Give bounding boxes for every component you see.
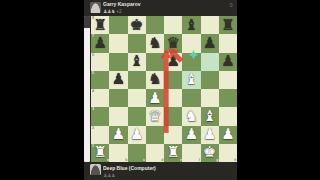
square-e4[interactable] (164, 89, 182, 107)
square-a6[interactable]: 6 (91, 53, 109, 71)
square-d3[interactable]: ♛ (146, 107, 164, 125)
captured-piece-icons: ♟♟♟ (103, 172, 115, 178)
rank-label: 2 (92, 126, 94, 130)
square-e1[interactable]: e♜ (164, 144, 182, 162)
square-d7[interactable]: ♞ (146, 34, 164, 52)
square-e5[interactable] (164, 71, 182, 89)
square-a1[interactable]: 1a♜ (91, 144, 109, 162)
rank-label: 3 (92, 107, 94, 111)
evaluation-bar (84, 16, 90, 162)
kasparov-avatar (90, 2, 101, 13)
piece-white-r-a1[interactable]: ♜ (91, 144, 109, 162)
piece-white-p-b2[interactable]: ♟ (109, 126, 127, 144)
eval-black-portion (84, 16, 90, 28)
square-c5[interactable] (128, 71, 146, 89)
square-e6[interactable]: ♟ (164, 53, 182, 71)
square-a5[interactable]: 5 (91, 71, 109, 89)
square-f8[interactable]: ♝ (182, 16, 200, 34)
square-b3[interactable] (109, 107, 127, 125)
piece-white-b-f5[interactable]: ♝ (182, 71, 200, 89)
square-g7[interactable]: ♟ (201, 34, 219, 52)
piece-black-p-g7[interactable]: ♟ (201, 34, 219, 52)
piece-white-r-e1[interactable]: ♜ (164, 144, 182, 162)
square-b7[interactable] (109, 34, 127, 52)
piece-white-q-d3[interactable]: ♛ (146, 107, 164, 125)
square-f2[interactable]: ♟ (182, 126, 200, 144)
rank-label: 6 (92, 53, 94, 57)
square-h4[interactable] (219, 89, 237, 107)
piece-white-p-g2[interactable]: ♟ (201, 126, 219, 144)
square-d4[interactable]: ♟ (146, 89, 164, 107)
square-f6[interactable] (182, 53, 200, 71)
square-c2[interactable]: ♟ (128, 126, 146, 144)
square-g6[interactable] (201, 53, 219, 71)
piece-black-r-a8[interactable]: ♜ (91, 16, 109, 34)
square-h2[interactable]: ♟ (219, 126, 237, 144)
square-b5[interactable]: ♟ (109, 71, 127, 89)
material-advantage: +2 (116, 9, 121, 14)
square-g5[interactable] (201, 71, 219, 89)
square-d5[interactable]: ♞ (146, 71, 164, 89)
file-label: b (125, 158, 127, 162)
piece-black-k-c8[interactable]: ♚ (128, 16, 146, 34)
square-d1[interactable]: d (146, 144, 164, 162)
square-b2[interactable]: ♟ (109, 126, 127, 144)
square-f7[interactable] (182, 34, 200, 52)
piece-white-p-d4[interactable]: ♟ (146, 89, 164, 107)
square-d8[interactable] (146, 16, 164, 34)
piece-black-n-d7[interactable]: ♞ (146, 34, 164, 52)
video-frame: Garry Kasparov ♟♟♞ +2 0 +4 8♜♚♝♜7♟♞♛♟6♝♟… (84, 0, 237, 180)
square-f1[interactable]: f (182, 144, 200, 162)
square-e7[interactable]: ♛ (164, 34, 182, 52)
piece-white-n-f3[interactable]: ♞ (182, 107, 200, 125)
top-player-bar: Garry Kasparov ♟♟♞ +2 0 (84, 0, 237, 16)
rank-label: 4 (92, 89, 94, 93)
piece-black-p-a7[interactable]: ♟ (91, 34, 109, 52)
square-e3[interactable] (164, 107, 182, 125)
square-e8[interactable] (164, 16, 182, 34)
file-label: h (234, 158, 236, 162)
square-c3[interactable] (128, 107, 146, 125)
piece-white-p-f2[interactable]: ♟ (182, 126, 200, 144)
corner-badge: 0 (230, 2, 233, 8)
piece-black-p-e6[interactable]: ♟ (164, 53, 182, 71)
square-h1[interactable]: h (219, 144, 237, 162)
square-c7[interactable] (128, 34, 146, 52)
square-e2[interactable] (164, 126, 182, 144)
bottom-captured-pieces: ♟♟♟ (103, 172, 115, 178)
square-f3[interactable]: ♞ (182, 107, 200, 125)
square-g8[interactable] (201, 16, 219, 34)
square-c1[interactable]: c (128, 144, 146, 162)
square-b4[interactable] (109, 89, 127, 107)
square-d6[interactable] (146, 53, 164, 71)
square-c8[interactable]: ♚ (128, 16, 146, 34)
square-g4[interactable] (201, 89, 219, 107)
square-d2[interactable] (146, 126, 164, 144)
square-c6[interactable]: ♝ (128, 53, 146, 71)
piece-white-p-c2[interactable]: ♟ (128, 126, 146, 144)
square-h8[interactable]: ♜ (219, 16, 237, 34)
file-label: c (143, 158, 145, 162)
square-g3[interactable]: ♝ (201, 107, 219, 125)
square-a2[interactable]: 2 (91, 126, 109, 144)
top-player-name: Garry Kasparov (103, 1, 141, 7)
piece-white-b-g3[interactable]: ♝ (201, 107, 219, 125)
bottom-player-bar: Deep Blue (Computer) ♟♟♟ (84, 162, 237, 180)
square-h3[interactable] (219, 107, 237, 125)
square-b6[interactable] (109, 53, 127, 71)
piece-black-b-f8[interactable]: ♝ (182, 16, 200, 34)
square-f4[interactable] (182, 89, 200, 107)
square-h6[interactable]: ♟ (219, 53, 237, 71)
square-a3[interactable]: 3 (91, 107, 109, 125)
square-g2[interactable]: ♟ (201, 126, 219, 144)
square-a7[interactable]: 7♟ (91, 34, 109, 52)
square-b1[interactable]: b (109, 144, 127, 162)
square-c4[interactable] (128, 89, 146, 107)
square-f5[interactable]: ♝ (182, 71, 200, 89)
piece-black-p-b5[interactable]: ♟ (109, 71, 127, 89)
captured-piece-icons: ♟♟♞ (103, 8, 115, 14)
board: 8♜♚♝♜7♟♞♛♟6♝♟♟5♟♞♝4♟3♛♞♝2♟♟♟♟♟1a♜bcde♜fg… (91, 16, 237, 162)
deep-blue-avatar (90, 164, 101, 175)
square-b8[interactable] (109, 16, 127, 34)
piece-black-p-h6[interactable]: ♟ (219, 53, 237, 71)
square-h7[interactable] (219, 34, 237, 52)
piece-black-q-e7[interactable]: ♛ (164, 34, 182, 52)
piece-white-k-g1[interactable]: ♚ (201, 144, 219, 162)
piece-black-r-h8[interactable]: ♜ (219, 16, 237, 34)
square-a4[interactable]: 4 (91, 89, 109, 107)
piece-white-p-h2[interactable]: ♟ (219, 126, 237, 144)
rank-label: 5 (92, 71, 94, 75)
square-g1[interactable]: g♚ (201, 144, 219, 162)
bottom-player-name: Deep Blue (Computer) (103, 165, 156, 171)
piece-black-b-c6[interactable]: ♝ (128, 53, 146, 71)
top-captured-pieces: ♟♟♞ +2 (103, 8, 121, 14)
square-a8[interactable]: 8♜ (91, 16, 109, 34)
piece-black-n-d5[interactable]: ♞ (146, 71, 164, 89)
square-h5[interactable] (219, 71, 237, 89)
